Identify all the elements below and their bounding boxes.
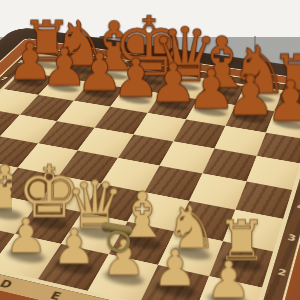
perspective-wrapper: AA88BB77CC66DD55EE44FF33GG22HH11 ♜♞♝♚♛♝♞… (0, 0, 300, 300)
piece-white-pawn-d1[interactable]: ♟ (5, 212, 48, 260)
chess-board[interactable]: AA88BB77CC66DD55EE44FF33GG22HH11 ♜♞♝♚♛♝♞… (0, 26, 300, 300)
piece-white-pawn-h1[interactable]: ♟ (206, 254, 252, 300)
brass-clasp (100, 222, 142, 254)
piece-red-pawn-h7[interactable]: ♟ (265, 73, 300, 129)
scene: AA88BB77CC66DD55EE44FF33GG22HH11 ♜♞♝♚♛♝♞… (0, 0, 300, 300)
piece-white-pawn-c1[interactable]: ♟ (0, 202, 1, 249)
piece-white-pawn-g1[interactable]: ♟ (153, 243, 198, 293)
piece-white-pawn-e1[interactable]: ♟ (52, 222, 95, 270)
